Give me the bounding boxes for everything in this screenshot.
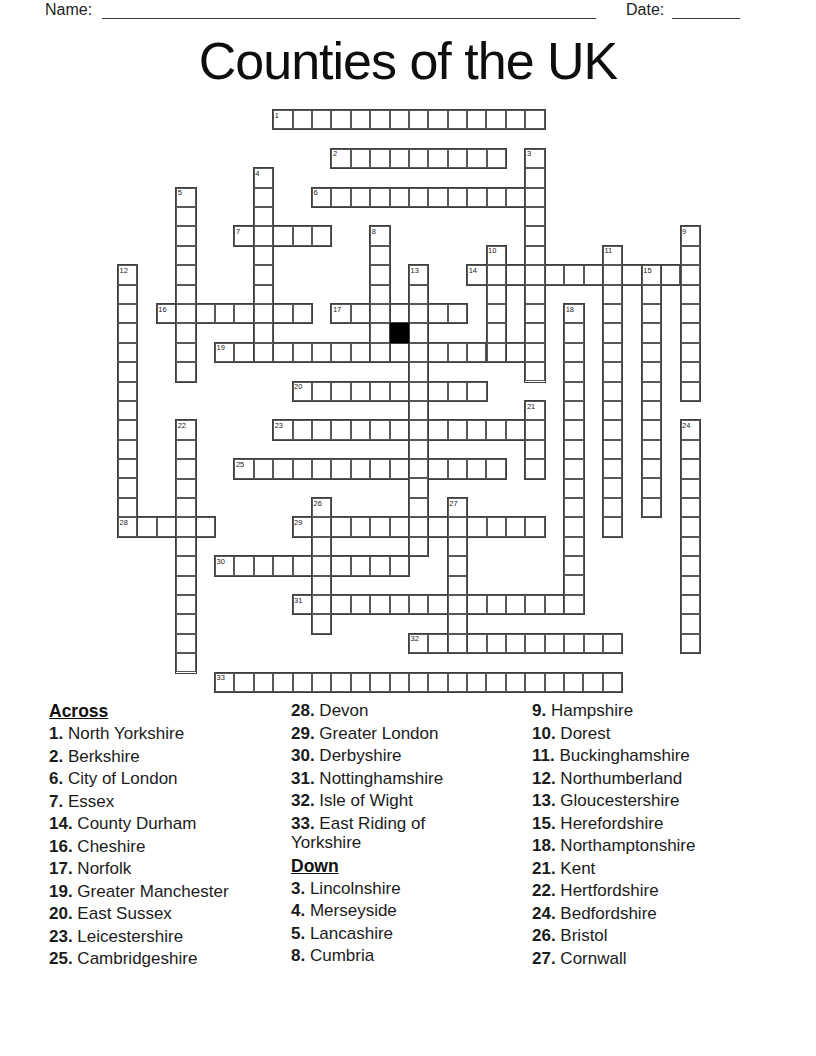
cell-r9-c25[interactable]: [603, 285, 622, 304]
cell-r14-c29[interactable]: [681, 382, 700, 401]
cell-r24-c10[interactable]: [312, 576, 331, 595]
cell-r4-c19[interactable]: [487, 188, 506, 207]
cell-r15-c15[interactable]: [409, 401, 428, 420]
cell-r18-c3[interactable]: [176, 459, 195, 478]
cell-r26-c10[interactable]: [312, 614, 331, 633]
cell-r18-c25[interactable]: [603, 459, 622, 478]
cell-r4-c20[interactable]: [506, 188, 525, 207]
cell-r0-c9[interactable]: [293, 110, 312, 129]
cell-r26-c29[interactable]: [681, 614, 700, 633]
cell-r14-c11[interactable]: [331, 382, 350, 401]
cell-r25-c3[interactable]: [176, 595, 195, 614]
cell-r18-c10[interactable]: [312, 459, 331, 478]
cell-r6-c10[interactable]: [312, 226, 331, 245]
cell-r18-c9[interactable]: [293, 459, 312, 478]
cell-r25-c16[interactable]: [428, 595, 447, 614]
cell-r20-c23[interactable]: [564, 498, 583, 517]
cell-r10-c5[interactable]: [215, 304, 234, 323]
cell-r15-c23[interactable]: [564, 401, 583, 420]
cell-r11-c3[interactable]: [176, 323, 195, 342]
cell-r14-c12[interactable]: [351, 382, 370, 401]
cell-r7-c21[interactable]: [525, 246, 544, 265]
cell-r23-c3[interactable]: [176, 556, 195, 575]
cell-r8-c23[interactable]: [564, 265, 583, 284]
cell-r23-c12[interactable]: [351, 556, 370, 575]
cell-r18-c21[interactable]: [525, 459, 544, 478]
cell-r12-c7[interactable]: [254, 343, 273, 362]
cell-r25-c29[interactable]: [681, 595, 700, 614]
cell-r22-c3[interactable]: [176, 537, 195, 556]
cell-r21-c15[interactable]: [409, 517, 428, 536]
cell-r29-c10[interactable]: [312, 673, 331, 692]
cell-r17-c29[interactable]: [681, 440, 700, 459]
cell-r18-c12[interactable]: [351, 459, 370, 478]
cell-r9-c27[interactable]: [642, 285, 661, 304]
cell-r22-c23[interactable]: [564, 537, 583, 556]
cell-r17-c15[interactable]: [409, 440, 428, 459]
cell-r27-c21[interactable]: [525, 634, 544, 653]
cell-r24-c23[interactable]: [564, 575, 583, 594]
cell-r29-c14[interactable]: [390, 673, 409, 692]
cell-r25-c22[interactable]: [545, 595, 564, 614]
cell-r6-c21[interactable]: [525, 226, 544, 245]
cell-r16-c16[interactable]: [428, 420, 447, 439]
cell-r12-c18[interactable]: [467, 343, 486, 362]
cell-r5-c21[interactable]: [525, 207, 544, 226]
cell-r17-c27[interactable]: [642, 440, 661, 459]
cell-r19-c25[interactable]: [603, 478, 622, 497]
cell-r12-c15[interactable]: [409, 343, 428, 362]
cell-r21-c18[interactable]: [467, 517, 486, 536]
cell-r18-c7[interactable]: [254, 459, 273, 478]
cell-r23-c10[interactable]: [312, 556, 331, 575]
cell-r21-c11[interactable]: [331, 517, 350, 536]
cell-r27-c24[interactable]: [584, 634, 603, 653]
cell-r16-c23[interactable]: [564, 420, 583, 439]
cell-r12-c12[interactable]: [351, 343, 370, 362]
cell-r12-c10[interactable]: [312, 343, 331, 362]
cell-r24-c29[interactable]: [681, 576, 700, 595]
cell-r0-c19[interactable]: [486, 110, 505, 129]
cell-r10-c8[interactable]: [273, 304, 292, 323]
cell-r19-c3[interactable]: [176, 479, 195, 498]
cell-r29-c17[interactable]: [448, 673, 467, 692]
cell-r18-c17[interactable]: [448, 459, 467, 478]
cell-r25-c19[interactable]: [487, 595, 506, 614]
cell-r7-c3[interactable]: [176, 246, 195, 265]
cell-r17-c3[interactable]: [176, 440, 195, 459]
cell-r23-c11[interactable]: [331, 556, 350, 575]
cell-r19-c27[interactable]: [642, 478, 661, 497]
cell-r29-c8[interactable]: [273, 673, 292, 692]
cell-r0-c13[interactable]: [370, 110, 389, 129]
cell-r26-c17[interactable]: [448, 614, 467, 633]
cell-r16-c0[interactable]: [118, 420, 137, 439]
cell-r2-c15[interactable]: [409, 149, 428, 168]
cell-r29-c9[interactable]: [293, 673, 312, 692]
cell-r29-c7[interactable]: [254, 673, 273, 692]
cell-r4-c21[interactable]: [525, 188, 544, 207]
cell-r13-c25[interactable]: [603, 362, 622, 381]
cell-r25-c14[interactable]: [390, 595, 409, 614]
cell-r19-c0[interactable]: [118, 478, 137, 497]
cell-r16-c15[interactable]: [409, 420, 428, 439]
cell-r4-c12[interactable]: [351, 188, 370, 207]
cell-r11-c21[interactable]: [525, 323, 544, 342]
cell-r12-c14[interactable]: [390, 343, 409, 362]
cell-r29-c24[interactable]: [583, 673, 602, 692]
cell-r27-c18[interactable]: [467, 634, 486, 653]
cell-r25-c12[interactable]: [351, 595, 370, 614]
cell-r29-c25[interactable]: [603, 673, 622, 692]
cell-r2-c19[interactable]: [487, 149, 506, 168]
cell-r2-c18[interactable]: [467, 149, 486, 168]
cell-r18-c23[interactable]: [564, 459, 583, 478]
cell-r26-c3[interactable]: [176, 614, 195, 633]
cell-r16-c9[interactable]: [293, 420, 312, 439]
cell-r14-c0[interactable]: [118, 382, 137, 401]
cell-r25-c21[interactable]: [525, 595, 544, 614]
cell-r4-c18[interactable]: [467, 188, 486, 207]
cell-r14-c10[interactable]: [312, 382, 331, 401]
cell-r10-c3[interactable]: [176, 304, 195, 323]
cell-r29-c12[interactable]: [351, 673, 370, 692]
cell-r21-c13[interactable]: [370, 517, 389, 536]
cell-r29-c11[interactable]: [331, 673, 350, 692]
cell-r18-c11[interactable]: [331, 459, 350, 478]
cell-r23-c23[interactable]: [564, 556, 583, 575]
cell-r10-c9[interactable]: [293, 304, 312, 323]
cell-r12-c13[interactable]: [370, 343, 389, 362]
cell-r8-c3[interactable]: [176, 265, 195, 284]
cell-r11-c19[interactable]: [487, 323, 506, 342]
cell-r25-c13[interactable]: [370, 595, 389, 614]
cell-r27-c16[interactable]: [428, 634, 447, 653]
cell-r18-c13[interactable]: [370, 459, 389, 478]
cell-r8-c21[interactable]: [525, 265, 544, 284]
cell-r19-c29[interactable]: [681, 479, 700, 498]
cell-r14-c18[interactable]: [467, 382, 486, 401]
cell-r19-c15[interactable]: [409, 478, 428, 497]
cell-r27-c17[interactable]: [448, 634, 467, 653]
cell-r16-c18[interactable]: [467, 420, 486, 439]
cell-r9-c29[interactable]: [681, 285, 700, 304]
cell-r3-c21[interactable]: [525, 168, 544, 187]
cell-r27-c29[interactable]: [681, 634, 700, 653]
cell-r20-c25[interactable]: [603, 498, 622, 517]
cell-r29-c18[interactable]: [467, 673, 486, 692]
cell-r16-c11[interactable]: [331, 420, 350, 439]
cell-r0-c11[interactable]: [331, 110, 350, 129]
cell-r21-c29[interactable]: [681, 517, 700, 536]
cell-r2-c17[interactable]: [448, 149, 467, 168]
cell-r12-c17[interactable]: [448, 343, 467, 362]
cell-r4-c13[interactable]: [370, 188, 389, 207]
cell-r29-c16[interactable]: [428, 673, 447, 692]
cell-r0-c12[interactable]: [351, 110, 370, 129]
cell-r15-c25[interactable]: [603, 401, 622, 420]
cell-r10-c19[interactable]: [487, 304, 506, 323]
cell-r13-c3[interactable]: [176, 362, 195, 381]
cell-r23-c6[interactable]: [234, 556, 253, 575]
cell-r17-c0[interactable]: [118, 440, 137, 459]
cell-r23-c29[interactable]: [681, 556, 700, 575]
cell-r16-c17[interactable]: [448, 420, 467, 439]
cell-r12-c8[interactable]: [273, 343, 292, 362]
cell-r21-c21[interactable]: [525, 517, 544, 536]
cell-r18-c15[interactable]: [409, 459, 428, 478]
cell-r18-c0[interactable]: [118, 459, 137, 478]
cell-r11-c7[interactable]: [254, 323, 273, 342]
cell-r15-c27[interactable]: [642, 401, 661, 420]
cell-r24-c17[interactable]: [448, 576, 467, 595]
cell-r25-c23[interactable]: [564, 595, 583, 614]
cell-r7-c7[interactable]: [254, 246, 273, 265]
cell-r23-c13[interactable]: [370, 556, 389, 575]
cell-r10-c16[interactable]: [428, 304, 447, 323]
cell-r21-c4[interactable]: [196, 517, 215, 536]
cell-r12-c11[interactable]: [331, 343, 350, 362]
cell-r16-c10[interactable]: [312, 420, 331, 439]
cell-r21-c25[interactable]: [603, 517, 622, 536]
cell-r10-c14[interactable]: [390, 304, 409, 323]
cell-r29-c21[interactable]: [525, 673, 544, 692]
cell-r4-c17[interactable]: [448, 188, 467, 207]
cell-r18-c8[interactable]: [273, 459, 292, 478]
cell-r4-c14[interactable]: [390, 188, 409, 207]
cell-r8-c22[interactable]: [545, 265, 564, 284]
cell-r2-c13[interactable]: [370, 149, 389, 168]
cell-r18-c18[interactable]: [467, 459, 486, 478]
cell-r9-c13[interactable]: [370, 285, 389, 304]
cell-r15-c0[interactable]: [118, 401, 137, 420]
cell-r27-c25[interactable]: [603, 634, 622, 653]
cell-r27-c23[interactable]: [564, 634, 583, 653]
cell-r23-c17[interactable]: [448, 556, 467, 575]
cell-r13-c15[interactable]: [409, 362, 428, 381]
cell-r10-c25[interactable]: [603, 304, 622, 323]
cell-r11-c23[interactable]: [564, 323, 583, 342]
cell-r14-c25[interactable]: [603, 382, 622, 401]
cell-r24-c3[interactable]: [176, 576, 195, 595]
cell-r16-c20[interactable]: [506, 420, 525, 439]
cell-r18-c29[interactable]: [681, 459, 700, 478]
cell-r29-c20[interactable]: [506, 673, 525, 692]
cell-r10-c7[interactable]: [254, 304, 273, 323]
cell-r18-c14[interactable]: [390, 459, 409, 478]
cell-r10-c17[interactable]: [448, 304, 467, 323]
cell-r4-c7[interactable]: [254, 188, 273, 207]
cell-r8-c29[interactable]: [681, 265, 700, 284]
cell-r20-c27[interactable]: [642, 498, 661, 517]
cell-r6-c8[interactable]: [273, 226, 292, 245]
cell-r0-c20[interactable]: [506, 110, 525, 129]
cell-r21-c2[interactable]: [157, 517, 176, 536]
cell-r12-c23[interactable]: [564, 343, 583, 362]
cell-r29-c13[interactable]: [370, 673, 389, 692]
cell-r12-c29[interactable]: [681, 343, 700, 362]
cell-r23-c8[interactable]: [273, 556, 292, 575]
cell-r9-c15[interactable]: [409, 285, 428, 304]
cell-r0-c15[interactable]: [409, 110, 428, 129]
cell-r25-c17[interactable]: [448, 595, 467, 614]
cell-r10-c6[interactable]: [234, 304, 253, 323]
cell-r6-c3[interactable]: [176, 226, 195, 245]
cell-r2-c16[interactable]: [428, 149, 447, 168]
cell-r11-c29[interactable]: [681, 323, 700, 342]
cell-r29-c19[interactable]: [486, 673, 505, 692]
cell-r4-c16[interactable]: [428, 188, 447, 207]
cell-r12-c3[interactable]: [176, 343, 195, 362]
cell-r11-c15[interactable]: [409, 323, 428, 342]
cell-r16-c12[interactable]: [351, 420, 370, 439]
cell-r8-c19[interactable]: [487, 265, 506, 284]
cell-r14-c23[interactable]: [564, 382, 583, 401]
cell-r16-c27[interactable]: [642, 420, 661, 439]
cell-r6-c7[interactable]: [254, 226, 273, 245]
cell-r8-c20[interactable]: [506, 265, 525, 284]
cell-r7-c13[interactable]: [370, 246, 389, 265]
cell-r27-c20[interactable]: [506, 634, 525, 653]
cell-r21-c10[interactable]: [312, 517, 331, 536]
cell-r17-c25[interactable]: [603, 440, 622, 459]
cell-r13-c21[interactable]: [525, 362, 544, 381]
cell-r8-c28[interactable]: [661, 265, 680, 284]
cell-r23-c7[interactable]: [254, 556, 273, 575]
cell-r27-c22[interactable]: [545, 634, 564, 653]
cell-r0-c21[interactable]: [525, 110, 544, 129]
cell-r28-c3[interactable]: [176, 653, 195, 672]
cell-r20-c29[interactable]: [681, 498, 700, 517]
cell-r9-c19[interactable]: [487, 285, 506, 304]
cell-r25-c20[interactable]: [506, 595, 525, 614]
cell-r16-c13[interactable]: [370, 420, 389, 439]
cell-r11-c13[interactable]: [370, 323, 389, 342]
cell-r5-c3[interactable]: [176, 207, 195, 226]
cell-r20-c0[interactable]: [118, 498, 137, 517]
cell-r18-c16[interactable]: [428, 459, 447, 478]
cell-r6-c9[interactable]: [293, 226, 312, 245]
cell-r2-c14[interactable]: [390, 149, 409, 168]
cell-r13-c0[interactable]: [118, 362, 137, 381]
cell-r10-c21[interactable]: [525, 304, 544, 323]
cell-r9-c7[interactable]: [254, 285, 273, 304]
cell-r21-c20[interactable]: [506, 517, 525, 536]
cell-r10-c13[interactable]: [370, 304, 389, 323]
cell-r16-c19[interactable]: [486, 420, 505, 439]
cell-r10-c0[interactable]: [118, 304, 137, 323]
cell-r21-c1[interactable]: [137, 517, 156, 536]
cell-r16-c25[interactable]: [603, 420, 622, 439]
cell-r4-c11[interactable]: [331, 188, 350, 207]
cell-r17-c21[interactable]: [525, 440, 544, 459]
cell-r12-c9[interactable]: [293, 343, 312, 362]
cell-r12-c27[interactable]: [642, 343, 661, 362]
cell-r20-c3[interactable]: [176, 498, 195, 517]
cell-r21-c14[interactable]: [390, 517, 409, 536]
cell-r27-c3[interactable]: [176, 634, 195, 653]
cell-r9-c21[interactable]: [525, 285, 544, 304]
cell-r14-c14[interactable]: [390, 382, 409, 401]
cell-r23-c14[interactable]: [390, 556, 409, 575]
cell-r22-c17[interactable]: [448, 537, 467, 556]
cell-r8-c7[interactable]: [254, 265, 273, 284]
cell-r0-c10[interactable]: [312, 110, 331, 129]
cell-r13-c23[interactable]: [564, 362, 583, 381]
cell-r22-c10[interactable]: [312, 537, 331, 556]
cell-r16-c14[interactable]: [390, 420, 409, 439]
cell-r12-c21[interactable]: [525, 343, 544, 362]
cell-r14-c17[interactable]: [448, 382, 467, 401]
cell-r10-c15[interactable]: [409, 304, 428, 323]
cell-r17-c23[interactable]: [564, 440, 583, 459]
cell-r13-c27[interactable]: [642, 362, 661, 381]
cell-r25-c18[interactable]: [467, 595, 486, 614]
cell-r10-c12[interactable]: [351, 304, 370, 323]
cell-r25-c15[interactable]: [409, 595, 428, 614]
cell-r25-c10[interactable]: [312, 595, 331, 614]
cell-r11-c27[interactable]: [642, 323, 661, 342]
cell-r29-c23[interactable]: [564, 673, 583, 692]
cell-r10-c27[interactable]: [642, 304, 661, 323]
cell-r14-c16[interactable]: [428, 382, 447, 401]
cell-r0-c17[interactable]: [448, 110, 467, 129]
cell-r9-c3[interactable]: [176, 285, 195, 304]
cell-r14-c13[interactable]: [370, 382, 389, 401]
cell-r8-c13[interactable]: [370, 265, 389, 284]
cell-r12-c6[interactable]: [234, 343, 253, 362]
cell-r29-c22[interactable]: [545, 673, 564, 692]
cell-r20-c15[interactable]: [409, 498, 428, 517]
cell-r25-c11[interactable]: [331, 595, 350, 614]
cell-r2-c12[interactable]: [351, 149, 370, 168]
cell-r14-c27[interactable]: [642, 382, 661, 401]
cell-r12-c19[interactable]: [487, 343, 506, 362]
cell-r21-c19[interactable]: [487, 517, 506, 536]
cell-r8-c25[interactable]: [603, 265, 622, 284]
cell-r0-c18[interactable]: [467, 110, 486, 129]
cell-r7-c29[interactable]: [681, 246, 700, 265]
cell-r21-c16[interactable]: [428, 517, 447, 536]
cell-r18-c27[interactable]: [642, 459, 661, 478]
cell-r21-c12[interactable]: [351, 517, 370, 536]
cell-r23-c9[interactable]: [293, 556, 312, 575]
cell-r21-c23[interactable]: [564, 517, 583, 536]
cell-r19-c23[interactable]: [564, 479, 583, 498]
cell-r11-c25[interactable]: [603, 323, 622, 342]
cell-r29-c6[interactable]: [234, 673, 253, 692]
cell-r12-c16[interactable]: [428, 343, 447, 362]
cell-r13-c29[interactable]: [681, 362, 700, 381]
cell-r12-c0[interactable]: [118, 343, 137, 362]
cell-r29-c15[interactable]: [409, 673, 428, 692]
cell-r21-c3[interactable]: [176, 517, 195, 536]
cell-r11-c0[interactable]: [118, 323, 137, 342]
cell-r12-c25[interactable]: [603, 343, 622, 362]
cell-r5-c7[interactable]: [254, 207, 273, 226]
cell-r0-c14[interactable]: [390, 110, 409, 129]
cell-r8-c24[interactable]: [584, 265, 603, 284]
cell-r0-c16[interactable]: [428, 110, 447, 129]
cell-r14-c15[interactable]: [409, 382, 428, 401]
cell-r4-c15[interactable]: [409, 188, 428, 207]
cell-r18-c19[interactable]: [486, 459, 505, 478]
cell-r10-c29[interactable]: [681, 304, 700, 323]
cell-r8-c26[interactable]: [622, 265, 641, 284]
cell-r21-c17[interactable]: [448, 517, 467, 536]
cell-r10-c4[interactable]: [196, 304, 215, 323]
cell-r12-c20[interactable]: [506, 343, 525, 362]
